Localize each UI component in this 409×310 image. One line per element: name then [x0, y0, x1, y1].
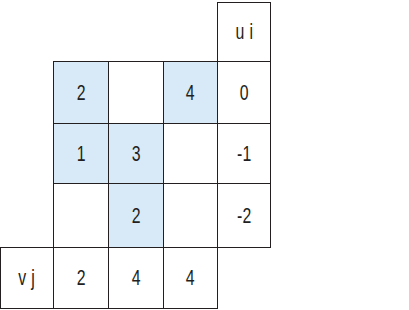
- cell-value: 4: [131, 267, 140, 289]
- cell-value: 3: [131, 143, 140, 165]
- void-cell: [1, 62, 54, 124]
- void-cell: [54, 3, 109, 62]
- cell-value: -1: [237, 143, 252, 165]
- header-row: u i: [1, 3, 271, 62]
- uv-table: u i 2 4 0 1 3 -1 2 -2: [0, 2, 271, 309]
- void-cell: [218, 248, 271, 309]
- void-cell: [1, 184, 54, 248]
- void-cell: [109, 3, 164, 62]
- cell-value: -2: [237, 205, 252, 227]
- void-cell: [164, 3, 218, 62]
- grid-row-3: 2 -2: [1, 184, 271, 248]
- cost-cell-r3c2: 2: [109, 184, 164, 248]
- v-value-c2: 4: [109, 248, 164, 309]
- cost-cell-r1c3: 4: [164, 62, 218, 124]
- cost-cell-r3c3: [164, 184, 218, 248]
- ui-header-cell: u i: [218, 3, 271, 62]
- cell-value: 1: [76, 143, 85, 165]
- cell-value: 4: [186, 267, 195, 289]
- ui-header-label: u i: [235, 21, 253, 43]
- vj-header-cell: v j: [1, 248, 54, 309]
- cell-value: 0: [239, 82, 248, 104]
- cost-cell-r2c1: 1: [54, 124, 109, 184]
- void-cell: [1, 124, 54, 184]
- v-value-c1: 2: [54, 248, 109, 309]
- u-value-r2: -1: [218, 124, 271, 184]
- vj-header-label: v j: [19, 267, 36, 289]
- v-value-c3: 4: [164, 248, 218, 309]
- u-value-r3: -2: [218, 184, 271, 248]
- uv-table-diagram: u i 2 4 0 1 3 -1 2 -2: [0, 0, 409, 310]
- cell-value: 2: [76, 267, 85, 289]
- u-value-r1: 0: [218, 62, 271, 124]
- cost-cell-r3c1: [54, 184, 109, 248]
- cost-cell-r1c2: [109, 62, 164, 124]
- vj-row: v j 2 4 4: [1, 248, 271, 309]
- void-cell: [1, 3, 54, 62]
- grid-row-1: 2 4 0: [1, 62, 271, 124]
- cell-value: 4: [186, 82, 195, 104]
- cost-cell-r2c2: 3: [109, 124, 164, 184]
- cell-value: 2: [76, 82, 85, 104]
- cost-cell-r2c3: [164, 124, 218, 184]
- cost-cell-r1c1: 2: [54, 62, 109, 124]
- grid-row-2: 1 3 -1: [1, 124, 271, 184]
- cell-value: 2: [131, 205, 140, 227]
